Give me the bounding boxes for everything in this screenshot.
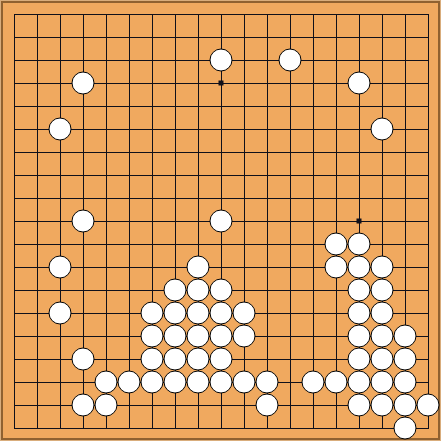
white-stone-q4[interactable]: [348, 348, 371, 371]
white-stone-q8[interactable]: [348, 256, 371, 279]
white-stone-n17[interactable]: [279, 49, 302, 72]
white-stone-k5[interactable]: [210, 325, 233, 348]
star-point: [357, 219, 362, 224]
white-stone-k6[interactable]: [210, 302, 233, 325]
white-stone-h7[interactable]: [164, 279, 187, 302]
go-board[interactable]: [0, 0, 441, 441]
white-stone-t2[interactable]: [417, 394, 440, 417]
white-stone-h5[interactable]: [164, 325, 187, 348]
white-stone-d2[interactable]: [72, 394, 95, 417]
white-stone-q3[interactable]: [348, 371, 371, 394]
white-stone-r7[interactable]: [371, 279, 394, 302]
white-stone-p3[interactable]: [325, 371, 348, 394]
white-stone-f3[interactable]: [118, 371, 141, 394]
white-stone-p9[interactable]: [325, 233, 348, 256]
white-stone-q9[interactable]: [348, 233, 371, 256]
white-stone-c8[interactable]: [49, 256, 72, 279]
white-stone-s5[interactable]: [394, 325, 417, 348]
white-stone-d16[interactable]: [72, 72, 95, 95]
white-stone-g4[interactable]: [141, 348, 164, 371]
white-stone-h6[interactable]: [164, 302, 187, 325]
white-stone-s1[interactable]: [394, 417, 417, 440]
white-stone-c6[interactable]: [49, 302, 72, 325]
white-stone-g5[interactable]: [141, 325, 164, 348]
white-stone-h3[interactable]: [164, 371, 187, 394]
white-stone-r2[interactable]: [371, 394, 394, 417]
white-stone-s4[interactable]: [394, 348, 417, 371]
white-stone-r14[interactable]: [371, 118, 394, 141]
white-stone-q16[interactable]: [348, 72, 371, 95]
white-stone-d10[interactable]: [72, 210, 95, 233]
white-stone-r4[interactable]: [371, 348, 394, 371]
white-stone-e3[interactable]: [95, 371, 118, 394]
white-stone-m3[interactable]: [256, 371, 279, 394]
white-stone-m2[interactable]: [256, 394, 279, 417]
white-stone-s3[interactable]: [394, 371, 417, 394]
white-stone-l5[interactable]: [233, 325, 256, 348]
white-stone-r3[interactable]: [371, 371, 394, 394]
white-stone-o3[interactable]: [302, 371, 325, 394]
white-stone-h4[interactable]: [164, 348, 187, 371]
white-stone-q2[interactable]: [348, 394, 371, 417]
white-stone-q7[interactable]: [348, 279, 371, 302]
white-stone-g3[interactable]: [141, 371, 164, 394]
white-stone-r5[interactable]: [371, 325, 394, 348]
white-stone-k4[interactable]: [210, 348, 233, 371]
white-stone-r6[interactable]: [371, 302, 394, 325]
white-stone-j3[interactable]: [187, 371, 210, 394]
white-stone-r8[interactable]: [371, 256, 394, 279]
white-stone-q6[interactable]: [348, 302, 371, 325]
white-stone-e2[interactable]: [95, 394, 118, 417]
white-stone-k17[interactable]: [210, 49, 233, 72]
white-stone-l3[interactable]: [233, 371, 256, 394]
white-stone-j5[interactable]: [187, 325, 210, 348]
white-stone-k7[interactable]: [210, 279, 233, 302]
white-stone-j8[interactable]: [187, 256, 210, 279]
white-stone-j6[interactable]: [187, 302, 210, 325]
white-stone-k10[interactable]: [210, 210, 233, 233]
white-stone-d4[interactable]: [72, 348, 95, 371]
white-stone-p8[interactable]: [325, 256, 348, 279]
white-stone-j7[interactable]: [187, 279, 210, 302]
white-stone-k3[interactable]: [210, 371, 233, 394]
white-stone-l6[interactable]: [233, 302, 256, 325]
white-stone-g6[interactable]: [141, 302, 164, 325]
white-stone-j4[interactable]: [187, 348, 210, 371]
white-stone-q5[interactable]: [348, 325, 371, 348]
star-point: [219, 81, 224, 86]
white-stone-c14[interactable]: [49, 118, 72, 141]
white-stone-s2[interactable]: [394, 394, 417, 417]
